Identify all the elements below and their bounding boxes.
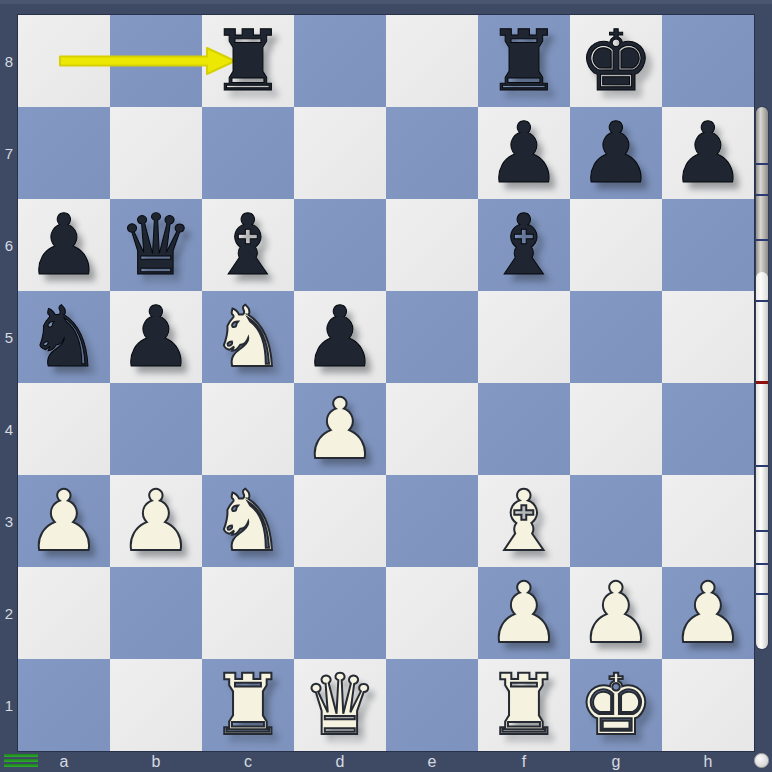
evaluation-tick — [756, 465, 768, 467]
white-rook-c1[interactable]: ♜ — [202, 659, 294, 751]
white-pawn-a3[interactable]: ♟ — [18, 475, 110, 567]
black-pawn-g7[interactable]: ♟ — [570, 107, 662, 199]
square-h8[interactable] — [662, 15, 754, 107]
rank-label-3: 3 — [0, 475, 18, 567]
black-pawn-a6[interactable]: ♟ — [18, 199, 110, 291]
file-label-f: f — [478, 751, 570, 772]
rank-label-8: 8 — [0, 15, 18, 107]
rank-label-5: 5 — [0, 291, 18, 383]
black-pawn-f7[interactable]: ♟ — [478, 107, 570, 199]
white-knight-c5[interactable]: ♞ — [202, 291, 294, 383]
square-e1[interactable] — [386, 659, 478, 751]
square-e5[interactable] — [386, 291, 478, 383]
square-b8[interactable] — [110, 15, 202, 107]
square-c2[interactable] — [202, 567, 294, 659]
rank-label-7: 7 — [0, 107, 18, 199]
evaluation-tick — [756, 163, 768, 165]
white-pawn-f2[interactable]: ♟ — [478, 567, 570, 659]
menu-icon-bar — [4, 754, 38, 757]
square-f4[interactable] — [478, 383, 570, 475]
evaluation-bar-upper-track — [756, 107, 768, 279]
square-b1[interactable] — [110, 659, 202, 751]
evaluation-bar-thumb[interactable] — [756, 272, 768, 300]
square-h6[interactable] — [662, 199, 754, 291]
square-d6[interactable] — [294, 199, 386, 291]
black-knight-a5[interactable]: ♞ — [18, 291, 110, 383]
menu-icon-bar — [4, 759, 38, 762]
chess-board[interactable]: ♜♜♚♟♟♟♟♛♝♝♞♟♞♟♟♟♟♞♝♟♟♟♜♛♜♚ — [18, 15, 754, 751]
square-b2[interactable] — [110, 567, 202, 659]
square-b4[interactable] — [110, 383, 202, 475]
rank-label-1: 1 — [0, 659, 18, 751]
white-king-g1[interactable]: ♚ — [570, 659, 662, 751]
black-king-g8[interactable]: ♚ — [570, 15, 662, 107]
black-pawn-d5[interactable]: ♟ — [294, 291, 386, 383]
evaluation-tick — [756, 300, 768, 302]
square-g5[interactable] — [570, 291, 662, 383]
square-d7[interactable] — [294, 107, 386, 199]
square-c4[interactable] — [202, 383, 294, 475]
square-a4[interactable] — [18, 383, 110, 475]
rank-label-6: 6 — [0, 199, 18, 291]
square-h5[interactable] — [662, 291, 754, 383]
square-e3[interactable] — [386, 475, 478, 567]
evaluation-tick — [756, 194, 768, 196]
square-e7[interactable] — [386, 107, 478, 199]
square-d3[interactable] — [294, 475, 386, 567]
square-a7[interactable] — [18, 107, 110, 199]
file-label-e: e — [386, 751, 478, 772]
file-label-d: d — [294, 751, 386, 772]
white-pawn-h2[interactable]: ♟ — [662, 567, 754, 659]
black-pawn-h7[interactable]: ♟ — [662, 107, 754, 199]
evaluation-tick — [756, 593, 768, 595]
square-a1[interactable] — [18, 659, 110, 751]
square-h3[interactable] — [662, 475, 754, 567]
square-d2[interactable] — [294, 567, 386, 659]
white-rook-f1[interactable]: ♜ — [478, 659, 570, 751]
square-a8[interactable] — [18, 15, 110, 107]
square-e8[interactable] — [386, 15, 478, 107]
square-h4[interactable] — [662, 383, 754, 475]
square-e4[interactable] — [386, 383, 478, 475]
black-rook-f8[interactable]: ♜ — [478, 15, 570, 107]
white-pawn-d4[interactable]: ♟ — [294, 383, 386, 475]
black-bishop-f6[interactable]: ♝ — [478, 199, 570, 291]
file-label-g: g — [570, 751, 662, 772]
square-g4[interactable] — [570, 383, 662, 475]
square-e2[interactable] — [386, 567, 478, 659]
white-bishop-f3[interactable]: ♝ — [478, 475, 570, 567]
rank-label-2: 2 — [0, 567, 18, 659]
evaluation-bar — [756, 107, 768, 649]
square-a2[interactable] — [18, 567, 110, 659]
chess-app-window: ♜♜♚♟♟♟♟♛♝♝♞♟♞♟♟♟♟♞♝♟♟♟♜♛♜♚ 87654321 abcd… — [0, 0, 772, 772]
square-d8[interactable] — [294, 15, 386, 107]
white-knight-c3[interactable]: ♞ — [202, 475, 294, 567]
white-pawn-b3[interactable]: ♟ — [110, 475, 202, 567]
rank-label-4: 4 — [0, 383, 18, 475]
evaluation-tick — [756, 563, 768, 565]
black-bishop-c6[interactable]: ♝ — [202, 199, 294, 291]
window-top-edge — [0, 0, 772, 4]
menu-icon-bar — [4, 764, 38, 767]
black-rook-c8[interactable]: ♜ — [202, 15, 294, 107]
file-label-b: b — [110, 751, 202, 772]
square-f5[interactable] — [478, 291, 570, 383]
square-b7[interactable] — [110, 107, 202, 199]
menu-icon[interactable] — [4, 754, 38, 769]
square-h1[interactable] — [662, 659, 754, 751]
square-c7[interactable] — [202, 107, 294, 199]
black-queen-b6[interactable]: ♛ — [110, 199, 202, 291]
evaluation-center-tick — [756, 381, 768, 384]
file-label-h: h — [662, 751, 754, 772]
square-e6[interactable] — [386, 199, 478, 291]
white-to-move-indicator — [754, 753, 769, 768]
evaluation-tick — [756, 239, 768, 241]
evaluation-tick — [756, 530, 768, 532]
square-g6[interactable] — [570, 199, 662, 291]
white-queen-d1[interactable]: ♛ — [294, 659, 386, 751]
white-pawn-g2[interactable]: ♟ — [570, 567, 662, 659]
file-label-c: c — [202, 751, 294, 772]
black-pawn-b5[interactable]: ♟ — [110, 291, 202, 383]
square-g3[interactable] — [570, 475, 662, 567]
